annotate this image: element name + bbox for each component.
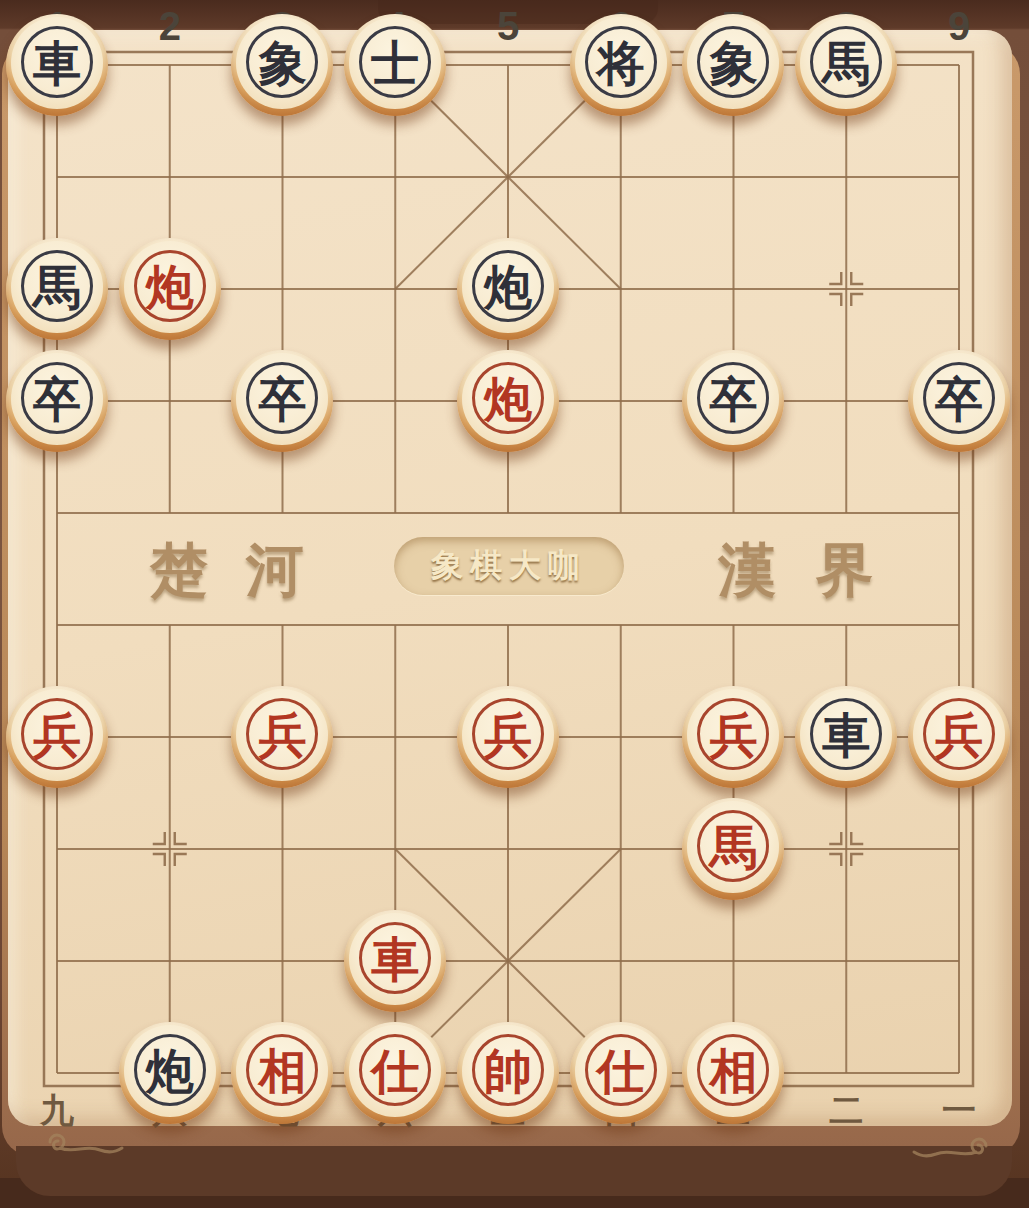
piece-red-elephant[interactable]: 相 xyxy=(231,1022,333,1124)
piece-red-general[interactable]: 帥 xyxy=(457,1022,559,1124)
piece-ring: 兵 xyxy=(472,698,544,770)
board-point[interactable] xyxy=(1,569,114,681)
board-point[interactable]: 士 xyxy=(339,9,452,121)
board-point[interactable]: 炮 xyxy=(113,1017,226,1129)
cloud-ornament-right xyxy=(910,1130,1000,1160)
piece-ring: 卒 xyxy=(697,362,769,434)
piece-glyph: 卒 xyxy=(33,373,81,423)
board-point[interactable] xyxy=(564,457,677,569)
piece-ring: 炮 xyxy=(134,250,206,322)
piece-black-elephant[interactable]: 象 xyxy=(231,14,333,116)
piece-ring: 馬 xyxy=(810,26,882,98)
board-point[interactable]: 卒 xyxy=(903,345,1016,457)
piece-glyph: 兵 xyxy=(33,709,81,759)
board-point[interactable] xyxy=(677,457,790,569)
piece-red-cannon[interactable]: 炮 xyxy=(119,238,221,340)
piece-black-chariot[interactable]: 車 xyxy=(795,686,897,788)
piece-ring: 炮 xyxy=(472,362,544,434)
piece-glyph: 炮 xyxy=(146,261,194,311)
piece-glyph: 炮 xyxy=(484,261,532,311)
board-point[interactable] xyxy=(790,457,903,569)
board-point[interactable] xyxy=(790,569,903,681)
board-point[interactable] xyxy=(564,345,677,457)
board-point[interactable] xyxy=(452,793,565,905)
board-point[interactable]: 兵 xyxy=(226,681,339,793)
piece-red-cannon[interactable]: 炮 xyxy=(457,350,559,452)
board-point[interactable]: 炮 xyxy=(113,233,226,345)
piece-red-chariot[interactable]: 車 xyxy=(344,910,446,1012)
board-point[interactable] xyxy=(903,457,1016,569)
piece-black-cannon[interactable]: 炮 xyxy=(119,1022,221,1124)
board-point[interactable] xyxy=(339,681,452,793)
piece-ring: 車 xyxy=(359,922,431,994)
board-point[interactable] xyxy=(226,569,339,681)
piece-black-horse[interactable]: 馬 xyxy=(6,238,108,340)
piece-glyph: 仕 xyxy=(371,1045,419,1095)
piece-black-soldier[interactable]: 卒 xyxy=(231,350,333,452)
board-point[interactable]: 仕 xyxy=(564,1017,677,1129)
piece-red-soldier[interactable]: 兵 xyxy=(908,686,1010,788)
board-point[interactable]: 兵 xyxy=(903,681,1016,793)
board-point[interactable] xyxy=(339,121,452,233)
board-point[interactable] xyxy=(339,569,452,681)
piece-red-soldier[interactable]: 兵 xyxy=(682,686,784,788)
board-point[interactable] xyxy=(226,121,339,233)
board-point[interactable]: 帥 xyxy=(452,1017,565,1129)
board-point[interactable] xyxy=(113,569,226,681)
piece-red-soldier[interactable]: 兵 xyxy=(6,686,108,788)
piece-black-soldier[interactable]: 卒 xyxy=(908,350,1010,452)
piece-glyph: 相 xyxy=(258,1045,306,1095)
piece-ring: 馬 xyxy=(21,250,93,322)
board-point[interactable]: 相 xyxy=(677,1017,790,1129)
piece-red-soldier[interactable]: 兵 xyxy=(231,686,333,788)
piece-ring: 兵 xyxy=(923,698,995,770)
board-point[interactable]: 兵 xyxy=(1,681,114,793)
board-point[interactable] xyxy=(1,121,114,233)
piece-ring: 仕 xyxy=(359,1034,431,1106)
board-point[interactable] xyxy=(903,905,1016,1017)
piece-ring: 象 xyxy=(697,26,769,98)
board-point[interactable] xyxy=(564,681,677,793)
piece-ring: 帥 xyxy=(472,1034,544,1106)
piece-red-horse[interactable]: 馬 xyxy=(682,798,784,900)
board-point[interactable]: 炮 xyxy=(452,345,565,457)
board-point[interactable] xyxy=(790,121,903,233)
piece-glyph: 馬 xyxy=(822,37,870,87)
board-point[interactable] xyxy=(1,793,114,905)
piece-glyph: 車 xyxy=(33,37,81,87)
piece-red-soldier[interactable]: 兵 xyxy=(457,686,559,788)
piece-glyph: 炮 xyxy=(484,373,532,423)
piece-black-general[interactable]: 将 xyxy=(570,14,672,116)
piece-ring: 兵 xyxy=(246,698,318,770)
board-point[interactable]: 兵 xyxy=(677,681,790,793)
board-point[interactable] xyxy=(339,457,452,569)
board-point[interactable] xyxy=(564,793,677,905)
board-point[interactable]: 馬 xyxy=(790,9,903,121)
piece-black-soldier[interactable]: 卒 xyxy=(682,350,784,452)
board-point[interactable] xyxy=(452,569,565,681)
board-point[interactable] xyxy=(564,233,677,345)
board-point[interactable]: 車 xyxy=(1,9,114,121)
piece-ring: 卒 xyxy=(246,362,318,434)
piece-ring: 車 xyxy=(810,698,882,770)
board-point[interactable] xyxy=(903,1017,1016,1129)
piece-glyph: 象 xyxy=(709,37,757,87)
board-point[interactable] xyxy=(564,905,677,1017)
piece-ring: 象 xyxy=(246,26,318,98)
board-point[interactable] xyxy=(790,345,903,457)
board-point[interactable] xyxy=(677,121,790,233)
board-point[interactable]: 卒 xyxy=(226,345,339,457)
board-point[interactable] xyxy=(903,9,1016,121)
piece-ring: 仕 xyxy=(585,1034,657,1106)
piece-glyph: 卒 xyxy=(258,373,306,423)
piece-glyph: 卒 xyxy=(709,373,757,423)
piece-ring: 卒 xyxy=(923,362,995,434)
piece-ring: 相 xyxy=(697,1034,769,1106)
board-point[interactable] xyxy=(790,793,903,905)
board-point[interactable] xyxy=(564,121,677,233)
piece-ring: 馬 xyxy=(697,810,769,882)
piece-glyph: 相 xyxy=(709,1045,757,1095)
piece-glyph: 兵 xyxy=(935,709,983,759)
board-point[interactable] xyxy=(339,793,452,905)
board-point[interactable] xyxy=(903,233,1016,345)
board-point[interactable] xyxy=(113,905,226,1017)
piece-glyph: 兵 xyxy=(484,709,532,759)
board-point[interactable] xyxy=(790,905,903,1017)
piece-black-soldier[interactable]: 卒 xyxy=(6,350,108,452)
piece-glyph: 車 xyxy=(822,709,870,759)
board-point[interactable] xyxy=(226,905,339,1017)
piece-ring: 士 xyxy=(359,26,431,98)
board-point[interactable] xyxy=(452,457,565,569)
board-point[interactable] xyxy=(113,121,226,233)
board-point[interactable]: 象 xyxy=(226,9,339,121)
board-point[interactable] xyxy=(903,793,1016,905)
board-point[interactable] xyxy=(677,905,790,1017)
board-point[interactable] xyxy=(452,121,565,233)
board-point[interactable]: 仕 xyxy=(339,1017,452,1129)
board-point[interactable] xyxy=(339,233,452,345)
piece-glyph: 兵 xyxy=(258,709,306,759)
board-point[interactable] xyxy=(113,681,226,793)
piece-ring: 炮 xyxy=(134,1034,206,1106)
piece-red-elephant[interactable]: 相 xyxy=(682,1022,784,1124)
board-point[interactable] xyxy=(113,345,226,457)
board-point[interactable] xyxy=(903,569,1016,681)
piece-glyph: 将 xyxy=(597,37,645,87)
board-point[interactable]: 卒 xyxy=(677,345,790,457)
board-point[interactable]: 車 xyxy=(339,905,452,1017)
piece-layer: 車象士将象馬馬炮炮卒卒炮卒卒兵兵兵兵車兵馬車炮相仕帥仕相 xyxy=(1,9,1016,1129)
piece-ring: 卒 xyxy=(21,362,93,434)
piece-glyph: 車 xyxy=(371,933,419,983)
piece-glyph: 士 xyxy=(371,37,419,87)
piece-glyph: 馬 xyxy=(709,821,757,871)
piece-black-advisor[interactable]: 士 xyxy=(344,14,446,116)
piece-glyph: 卒 xyxy=(935,373,983,423)
board-point[interactable]: 兵 xyxy=(452,681,565,793)
piece-ring: 車 xyxy=(21,26,93,98)
piece-glyph: 帥 xyxy=(484,1045,532,1095)
board-point[interactable]: 馬 xyxy=(677,793,790,905)
board-point[interactable] xyxy=(226,233,339,345)
board-point[interactable] xyxy=(113,457,226,569)
piece-glyph: 象 xyxy=(258,37,306,87)
piece-ring: 兵 xyxy=(21,698,93,770)
board-point[interactable] xyxy=(1,457,114,569)
board-point[interactable] xyxy=(677,569,790,681)
piece-red-advisor[interactable]: 仕 xyxy=(344,1022,446,1124)
board-point[interactable] xyxy=(790,1017,903,1129)
board-point[interactable]: 車 xyxy=(790,681,903,793)
piece-glyph: 馬 xyxy=(33,261,81,311)
board-point[interactable] xyxy=(339,345,452,457)
piece-glyph: 兵 xyxy=(709,709,757,759)
board-point[interactable] xyxy=(226,457,339,569)
piece-black-chariot[interactable]: 車 xyxy=(6,14,108,116)
game-screen: 123456789 九八七六五四三二一 楚河 漢界 象棋大咖 車象士将象馬馬炮炮… xyxy=(0,0,1029,1208)
piece-glyph: 仕 xyxy=(597,1045,645,1095)
board-point[interactable]: 卒 xyxy=(1,345,114,457)
board-point[interactable]: 将 xyxy=(564,9,677,121)
board-point[interactable] xyxy=(903,121,1016,233)
board-point[interactable] xyxy=(452,905,565,1017)
piece-black-cannon[interactable]: 炮 xyxy=(457,238,559,340)
board-point[interactable] xyxy=(113,9,226,121)
board-point[interactable] xyxy=(1,1017,114,1129)
piece-black-elephant[interactable]: 象 xyxy=(682,14,784,116)
piece-ring: 相 xyxy=(246,1034,318,1106)
piece-ring: 兵 xyxy=(697,698,769,770)
board-point[interactable] xyxy=(226,793,339,905)
board-point[interactable]: 象 xyxy=(677,9,790,121)
piece-ring: 炮 xyxy=(472,250,544,322)
board-point[interactable] xyxy=(113,793,226,905)
board-point[interactable]: 馬 xyxy=(1,233,114,345)
board-point[interactable] xyxy=(790,233,903,345)
piece-red-advisor[interactable]: 仕 xyxy=(570,1022,672,1124)
board-point[interactable] xyxy=(1,905,114,1017)
piece-black-horse[interactable]: 馬 xyxy=(795,14,897,116)
board-point[interactable] xyxy=(452,9,565,121)
piece-ring: 将 xyxy=(585,26,657,98)
board-point[interactable] xyxy=(677,233,790,345)
cloud-ornament-left xyxy=(36,1126,126,1156)
piece-glyph: 炮 xyxy=(146,1045,194,1095)
board-point[interactable]: 炮 xyxy=(452,233,565,345)
board-point[interactable]: 相 xyxy=(226,1017,339,1129)
board-point[interactable] xyxy=(564,569,677,681)
